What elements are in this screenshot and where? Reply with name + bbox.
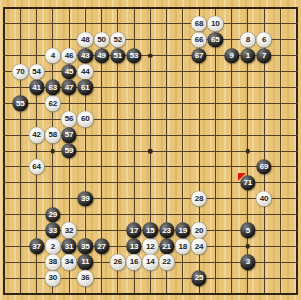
- stone-12: 12: [143, 239, 158, 254]
- stone-number: 3: [246, 258, 250, 267]
- stone-number: 19: [179, 226, 187, 235]
- go-board-diagram: 1234567891011121314151617181920212223242…: [0, 0, 301, 300]
- star-point: [148, 149, 153, 154]
- stone-number: 59: [65, 146, 73, 155]
- stone-49: 49: [94, 48, 109, 63]
- stone-48: 48: [78, 32, 93, 47]
- stone-number: 23: [162, 226, 170, 235]
- stone-number: 49: [97, 51, 105, 60]
- stone-4: 4: [45, 48, 60, 63]
- grid-line-horizontal: [3, 198, 298, 199]
- stone-number: 10: [211, 19, 219, 28]
- stone-number: 15: [146, 226, 154, 235]
- stone-number: 16: [130, 258, 138, 267]
- stone-number: 50: [97, 35, 105, 44]
- stone-number: 45: [65, 67, 73, 76]
- stone-number: 67: [195, 51, 203, 60]
- stone-number: 20: [195, 226, 203, 235]
- stone-31: 31: [61, 239, 76, 254]
- stone-22: 22: [159, 255, 174, 270]
- stone-7: 7: [256, 48, 271, 63]
- stone-42: 42: [29, 127, 44, 142]
- stone-number: 25: [195, 274, 203, 283]
- grid-line-horizontal: [3, 166, 298, 167]
- stone-number: 29: [49, 210, 57, 219]
- stone-8: 8: [240, 32, 255, 47]
- stone-number: 36: [81, 274, 89, 283]
- stone-57: 57: [61, 127, 76, 142]
- stone-number: 12: [146, 242, 154, 251]
- stone-number: 33: [49, 226, 57, 235]
- stone-number: 54: [32, 67, 40, 76]
- stone-24: 24: [191, 239, 206, 254]
- stone-number: 53: [130, 51, 138, 60]
- stone-number: 5: [246, 226, 250, 235]
- stone-45: 45: [61, 64, 76, 79]
- stone-number: 24: [195, 242, 203, 251]
- stone-number: 66: [195, 35, 203, 44]
- stone-number: 11: [81, 258, 89, 267]
- stone-number: 1: [246, 51, 250, 60]
- stone-55: 55: [13, 96, 28, 111]
- stone-63: 63: [45, 80, 60, 95]
- stone-number: 68: [195, 19, 203, 28]
- stone-number: 6: [262, 35, 266, 44]
- stone-69: 69: [256, 159, 271, 174]
- stone-number: 55: [16, 99, 24, 108]
- stone-number: 63: [49, 83, 57, 92]
- stone-60: 60: [78, 112, 93, 127]
- star-point: [246, 149, 251, 154]
- stone-number: 39: [81, 194, 89, 203]
- stone-27: 27: [94, 239, 109, 254]
- stone-43: 43: [78, 48, 93, 63]
- stone-number: 9: [229, 51, 233, 60]
- stone-17: 17: [126, 223, 141, 238]
- stone-number: 46: [65, 51, 73, 60]
- stone-65: 65: [208, 32, 223, 47]
- stone-11: 11: [78, 255, 93, 270]
- stone-14: 14: [143, 255, 158, 270]
- stone-70: 70: [13, 64, 28, 79]
- stone-16: 16: [126, 255, 141, 270]
- stone-number: 58: [49, 131, 57, 140]
- stone-number: 22: [162, 258, 170, 267]
- stone-38: 38: [45, 255, 60, 270]
- stone-number: 65: [211, 35, 219, 44]
- stone-19: 19: [175, 223, 190, 238]
- stone-number: 64: [32, 162, 40, 171]
- stone-30: 30: [45, 270, 60, 285]
- stone-number: 7: [262, 51, 266, 60]
- star-point: [246, 244, 251, 249]
- stone-2: 2: [45, 239, 60, 254]
- stone-number: 38: [49, 258, 57, 267]
- stone-number: 21: [162, 242, 170, 251]
- stone-61: 61: [78, 80, 93, 95]
- stone-number: 34: [65, 258, 73, 267]
- stone-13: 13: [126, 239, 141, 254]
- stone-33: 33: [45, 223, 60, 238]
- stone-34: 34: [61, 255, 76, 270]
- stone-number: 44: [81, 67, 89, 76]
- stone-number: 27: [97, 242, 105, 251]
- stone-number: 40: [260, 194, 268, 203]
- stone-66: 66: [191, 32, 206, 47]
- stone-53: 53: [126, 48, 141, 63]
- stone-54: 54: [29, 64, 44, 79]
- stone-26: 26: [110, 255, 125, 270]
- stone-number: 26: [114, 258, 122, 267]
- stone-46: 46: [61, 48, 76, 63]
- stone-number: 14: [146, 258, 154, 267]
- stone-number: 31: [65, 242, 73, 251]
- stone-number: 43: [81, 51, 89, 60]
- stone-number: 69: [260, 162, 268, 171]
- stone-64: 64: [29, 159, 44, 174]
- stone-number: 60: [81, 115, 89, 124]
- go-board[interactable]: 1234567891011121314151617181920212223242…: [0, 0, 301, 300]
- stone-number: 37: [32, 242, 40, 251]
- stone-number: 62: [49, 99, 57, 108]
- stone-15: 15: [143, 223, 158, 238]
- stone-number: 4: [51, 51, 55, 60]
- last-move-marker: [238, 173, 246, 181]
- stone-58: 58: [45, 127, 60, 142]
- stone-number: 42: [32, 131, 40, 140]
- stone-3: 3: [240, 255, 255, 270]
- stone-number: 32: [65, 226, 73, 235]
- stone-25: 25: [191, 270, 206, 285]
- stone-18: 18: [175, 239, 190, 254]
- stone-number: 8: [246, 35, 250, 44]
- grid-line-horizontal: [3, 71, 298, 72]
- stone-41: 41: [29, 80, 44, 95]
- stone-39: 39: [78, 191, 93, 206]
- stone-37: 37: [29, 239, 44, 254]
- stone-28: 28: [191, 191, 206, 206]
- stone-number: 35: [81, 242, 89, 251]
- stone-number: 48: [81, 35, 89, 44]
- stone-number: 70: [16, 67, 24, 76]
- stone-5: 5: [240, 223, 255, 238]
- star-point: [148, 53, 153, 58]
- board-edge-line: [3, 293, 298, 295]
- stone-47: 47: [61, 80, 76, 95]
- grid-line-horizontal: [3, 119, 298, 120]
- board-edge-line: [3, 7, 298, 9]
- stone-29: 29: [45, 207, 60, 222]
- stone-44: 44: [78, 64, 93, 79]
- stone-52: 52: [110, 32, 125, 47]
- stone-35: 35: [78, 239, 93, 254]
- stone-1: 1: [240, 48, 255, 63]
- stone-number: 17: [130, 226, 138, 235]
- grid-line-horizontal: [3, 23, 298, 24]
- stone-number: 41: [32, 83, 40, 92]
- stone-number: 52: [114, 35, 122, 44]
- stone-number: 28: [195, 194, 203, 203]
- stone-50: 50: [94, 32, 109, 47]
- stone-32: 32: [61, 223, 76, 238]
- stone-10: 10: [208, 16, 223, 31]
- stone-number: 51: [114, 51, 122, 60]
- stone-6: 6: [256, 32, 271, 47]
- stone-number: 13: [130, 242, 138, 251]
- stone-9: 9: [224, 48, 239, 63]
- stone-number: 47: [65, 83, 73, 92]
- stone-number: 2: [51, 242, 55, 251]
- stone-56: 56: [61, 112, 76, 127]
- stone-number: 30: [49, 274, 57, 283]
- stone-23: 23: [159, 223, 174, 238]
- stone-number: 56: [65, 115, 73, 124]
- stone-59: 59: [61, 143, 76, 158]
- stone-51: 51: [110, 48, 125, 63]
- stone-36: 36: [78, 270, 93, 285]
- stone-40: 40: [256, 191, 271, 206]
- stone-number: 57: [65, 131, 73, 140]
- stone-number: 61: [81, 83, 89, 92]
- star-point: [51, 149, 56, 154]
- stone-62: 62: [45, 96, 60, 111]
- stone-21: 21: [159, 239, 174, 254]
- stone-68: 68: [191, 16, 206, 31]
- stone-number: 18: [179, 242, 187, 251]
- stone-20: 20: [191, 223, 206, 238]
- stone-67: 67: [191, 48, 206, 63]
